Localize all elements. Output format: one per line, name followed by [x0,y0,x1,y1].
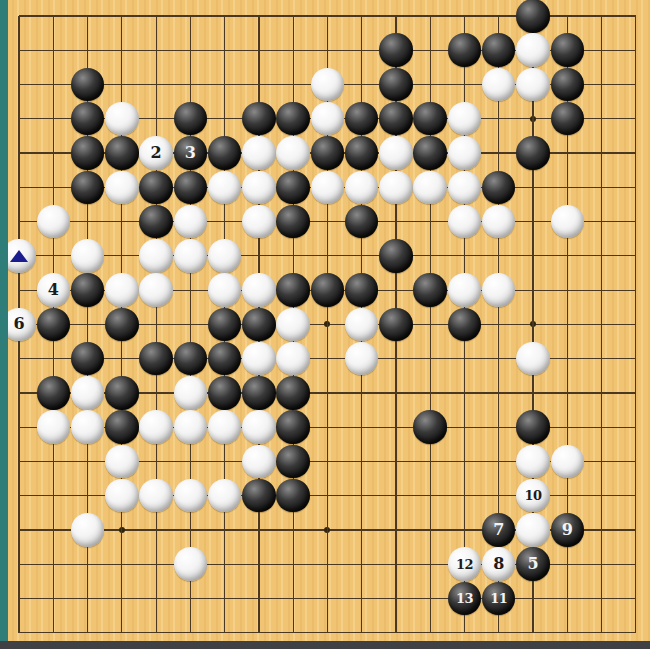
board-cell[interactable] [584,479,618,513]
board-cell[interactable] [584,581,618,615]
board-cell[interactable] [207,479,241,513]
board-cell[interactable] [242,0,276,33]
board-cell[interactable] [70,410,104,444]
board-cell[interactable] [173,204,207,238]
board-cell[interactable] [619,33,650,67]
board-cell[interactable] [379,170,413,204]
board-cell[interactable] [139,444,173,478]
board-cell[interactable] [276,273,310,307]
board-cell[interactable] [345,102,379,136]
board-cell[interactable] [242,307,276,341]
board-cell[interactable] [36,0,70,33]
board-cell[interactable] [413,410,447,444]
board-cell[interactable] [584,239,618,273]
board-cell[interactable] [516,170,550,204]
board-cell[interactable] [550,581,584,615]
board-cell[interactable] [584,204,618,238]
board-cell[interactable] [173,513,207,547]
board-cell[interactable] [36,307,70,341]
board-cell[interactable] [276,410,310,444]
board-cell[interactable] [345,410,379,444]
board-cell[interactable] [242,513,276,547]
board-cell[interactable] [584,170,618,204]
board-cell[interactable] [379,273,413,307]
board-cell[interactable] [447,273,481,307]
board-cell[interactable] [173,67,207,101]
board-cell[interactable] [413,170,447,204]
board-cell[interactable]: 12 [447,547,481,581]
board-cell[interactable] [550,444,584,478]
board-cell[interactable] [173,307,207,341]
board-cell[interactable] [242,273,276,307]
board-cell[interactable] [36,239,70,273]
board-cell[interactable] [550,204,584,238]
board-cell[interactable] [310,170,344,204]
board-cell[interactable] [70,204,104,238]
board-cell[interactable] [70,376,104,410]
board-cell[interactable] [70,547,104,581]
board-cell[interactable] [105,547,139,581]
board-cell[interactable] [447,307,481,341]
board-cell[interactable] [276,102,310,136]
board-cell[interactable] [447,444,481,478]
board-cell[interactable] [310,513,344,547]
board-cell[interactable] [550,239,584,273]
board-cell[interactable] [584,0,618,33]
board-cell[interactable] [413,67,447,101]
board-cell[interactable]: 4 [36,273,70,307]
board-cell[interactable] [584,273,618,307]
board-cell[interactable] [447,67,481,101]
board-cell[interactable] [173,273,207,307]
board-cell[interactable] [550,67,584,101]
board-cell[interactable] [482,479,516,513]
board-cell[interactable] [70,307,104,341]
board-cell[interactable] [139,67,173,101]
board-cell[interactable] [173,547,207,581]
board-cell[interactable] [345,204,379,238]
board-cell[interactable] [70,581,104,615]
board-cell[interactable] [105,67,139,101]
board-cell[interactable] [242,102,276,136]
board-cell[interactable] [413,273,447,307]
board-cell[interactable] [345,67,379,101]
board-cell[interactable] [619,136,650,170]
board-cell[interactable] [413,307,447,341]
board-cell[interactable] [619,410,650,444]
board-cell[interactable] [105,444,139,478]
board-cell[interactable] [310,273,344,307]
board-cell[interactable] [173,170,207,204]
board-cell[interactable] [105,410,139,444]
board-cell[interactable] [70,102,104,136]
board-cell[interactable] [36,204,70,238]
board-cell[interactable] [70,67,104,101]
board-cell[interactable] [413,136,447,170]
board-cell[interactable] [36,136,70,170]
board-cell[interactable] [36,581,70,615]
board-cell[interactable] [550,170,584,204]
board-cell[interactable] [207,102,241,136]
board-cell[interactable] [619,581,650,615]
board-cell[interactable] [379,479,413,513]
board-cell[interactable] [345,444,379,478]
board-cell[interactable] [105,376,139,410]
board-cell[interactable] [173,581,207,615]
board-cell[interactable]: 13 [447,581,481,615]
board-cell[interactable] [105,341,139,375]
board-cell[interactable] [379,239,413,273]
board-cell[interactable] [345,136,379,170]
board-cell[interactable] [550,479,584,513]
board-cell[interactable] [242,170,276,204]
board-cell[interactable] [447,376,481,410]
board-cell[interactable] [379,0,413,33]
board-cell[interactable] [447,341,481,375]
go-board[interactable]: 2346107912851311 [2,0,650,649]
board-cell[interactable]: 3 [173,136,207,170]
board-cell[interactable] [345,0,379,33]
board-cell[interactable] [310,341,344,375]
board-cell[interactable] [619,204,650,238]
board-cell[interactable] [482,444,516,478]
board-cell[interactable] [345,581,379,615]
board-cell[interactable] [413,479,447,513]
board-cell[interactable] [207,410,241,444]
board-cell[interactable] [105,239,139,273]
board-cell[interactable] [584,410,618,444]
board-cell[interactable] [276,204,310,238]
board-cell[interactable] [173,0,207,33]
board-cell[interactable] [447,0,481,33]
board-cell[interactable]: 5 [516,547,550,581]
board-cell[interactable] [36,410,70,444]
board-cell[interactable] [207,341,241,375]
board-cell[interactable] [207,581,241,615]
board-cell[interactable] [413,376,447,410]
board-cell[interactable] [550,341,584,375]
board-cell[interactable] [379,513,413,547]
board-cell[interactable] [310,136,344,170]
board-cell[interactable] [482,376,516,410]
board-cell[interactable] [70,0,104,33]
board-cell[interactable]: 10 [516,479,550,513]
board-cell[interactable] [584,547,618,581]
board-cell[interactable] [447,33,481,67]
board-cell[interactable] [619,239,650,273]
board-cell[interactable] [207,0,241,33]
board-cell[interactable] [413,513,447,547]
board-cell[interactable] [516,67,550,101]
board-cell[interactable] [619,513,650,547]
board-cell[interactable] [310,307,344,341]
board-cell[interactable] [550,547,584,581]
board-cell[interactable] [276,239,310,273]
board-cell[interactable] [36,170,70,204]
board-cell[interactable] [276,67,310,101]
board-cell[interactable] [550,102,584,136]
board-cell[interactable] [173,239,207,273]
board-cell[interactable] [139,273,173,307]
board-cell[interactable] [310,410,344,444]
board-cell[interactable] [242,479,276,513]
board-cell[interactable] [379,204,413,238]
board-cell[interactable] [70,239,104,273]
board-cell[interactable] [345,307,379,341]
board-cell[interactable] [70,479,104,513]
board-cell[interactable] [105,0,139,33]
board-cell[interactable] [447,170,481,204]
board-cell[interactable] [482,0,516,33]
board-cell[interactable] [139,0,173,33]
board-cell[interactable] [207,136,241,170]
board-cell[interactable] [276,33,310,67]
board-cell[interactable] [70,513,104,547]
board-cell[interactable] [550,376,584,410]
board-cell[interactable] [619,273,650,307]
board-cell[interactable] [345,33,379,67]
board-cell[interactable] [36,444,70,478]
board-cell[interactable] [70,444,104,478]
board-cell[interactable] [345,341,379,375]
board-cell[interactable] [276,581,310,615]
board-cell[interactable] [310,67,344,101]
board-cell[interactable] [310,102,344,136]
board-cell[interactable] [310,0,344,33]
board-cell[interactable] [413,444,447,478]
board-cell[interactable] [482,410,516,444]
board-cell[interactable] [550,33,584,67]
board-cell[interactable] [139,307,173,341]
board-cell[interactable] [619,170,650,204]
board-cell[interactable] [379,102,413,136]
board-cell[interactable] [379,341,413,375]
board-cell[interactable] [516,307,550,341]
board-cell[interactable] [139,33,173,67]
board-cell[interactable] [36,341,70,375]
board-cell[interactable] [619,479,650,513]
board-cell[interactable] [70,341,104,375]
board-cell[interactable] [619,307,650,341]
board-cell[interactable] [516,581,550,615]
board-cell[interactable] [379,410,413,444]
board-cell[interactable]: 2 [139,136,173,170]
board-cell[interactable] [550,410,584,444]
board-cell[interactable] [619,67,650,101]
board-cell[interactable] [242,239,276,273]
board-cell[interactable] [276,444,310,478]
board-cell[interactable] [276,307,310,341]
board-cell[interactable] [173,33,207,67]
board-cell[interactable] [105,273,139,307]
board-cell[interactable] [619,0,650,33]
board-cell[interactable] [447,136,481,170]
board-cell[interactable] [584,341,618,375]
board-cell[interactable] [70,170,104,204]
board-cell[interactable] [379,444,413,478]
board-cell[interactable] [276,341,310,375]
board-cell[interactable] [139,547,173,581]
board-cell[interactable] [619,341,650,375]
board-cell[interactable] [105,33,139,67]
board-cell[interactable] [345,239,379,273]
board-cell[interactable] [207,513,241,547]
board-cell[interactable] [413,547,447,581]
board-cell[interactable] [345,479,379,513]
board-cell[interactable] [242,376,276,410]
board-cell[interactable] [276,136,310,170]
board-cell[interactable] [173,341,207,375]
board-cell[interactable] [550,136,584,170]
board-cell[interactable] [207,444,241,478]
board-cell[interactable] [516,410,550,444]
board-cell[interactable] [139,204,173,238]
board-cell[interactable] [276,170,310,204]
board-cell[interactable] [242,33,276,67]
board-cell[interactable] [139,479,173,513]
board-cell[interactable] [207,376,241,410]
board-cell[interactable] [584,67,618,101]
board-cell[interactable] [36,547,70,581]
board-cell[interactable] [413,581,447,615]
board-cell[interactable] [70,273,104,307]
board-cell[interactable] [447,102,481,136]
board-cell[interactable] [310,479,344,513]
board-cell[interactable] [36,376,70,410]
board-cell[interactable] [482,239,516,273]
board-cell[interactable] [36,479,70,513]
board-cell[interactable] [516,341,550,375]
board-cell[interactable] [310,444,344,478]
board-cell[interactable] [550,273,584,307]
board-cell[interactable] [36,102,70,136]
board-cell[interactable] [482,204,516,238]
board-cell[interactable] [482,33,516,67]
board-cell[interactable] [242,341,276,375]
board-cell[interactable] [447,239,481,273]
board-cell[interactable] [379,136,413,170]
board-cell[interactable] [584,102,618,136]
board-cell[interactable] [310,581,344,615]
board-cell[interactable] [207,67,241,101]
board-cell[interactable] [413,102,447,136]
board-cell[interactable] [619,547,650,581]
board-cell[interactable] [242,581,276,615]
board-cell[interactable] [482,307,516,341]
board-cell[interactable] [139,341,173,375]
board-cell[interactable] [105,136,139,170]
board-cell[interactable] [207,547,241,581]
board-cell[interactable] [482,170,516,204]
board-cell[interactable] [105,513,139,547]
board-cell[interactable] [276,376,310,410]
board-cell[interactable] [105,204,139,238]
board-cell[interactable] [482,136,516,170]
board-cell[interactable]: 7 [482,513,516,547]
board-cell[interactable] [345,547,379,581]
board-cell[interactable] [379,547,413,581]
board-cell[interactable] [379,33,413,67]
board-cell[interactable] [70,33,104,67]
board-cell[interactable] [516,239,550,273]
board-cell[interactable] [139,170,173,204]
board-cell[interactable] [516,513,550,547]
board-cell[interactable] [139,376,173,410]
board-cell[interactable] [516,273,550,307]
board-cell[interactable] [584,513,618,547]
board-cell[interactable] [345,513,379,547]
board-cell[interactable] [482,341,516,375]
board-cell[interactable] [584,444,618,478]
board-cell[interactable] [447,204,481,238]
board-cell[interactable] [345,376,379,410]
board-cell[interactable] [207,239,241,273]
board-cell[interactable] [207,170,241,204]
board-cell[interactable]: 9 [550,513,584,547]
board-cell[interactable] [345,170,379,204]
board-cell[interactable] [36,513,70,547]
board-cell[interactable] [276,0,310,33]
board-cell[interactable] [207,307,241,341]
board-cell[interactable] [379,376,413,410]
board-cell[interactable] [584,307,618,341]
board-cell[interactable] [139,102,173,136]
board-cell[interactable] [550,307,584,341]
board-cell[interactable] [619,376,650,410]
board-cell[interactable] [173,444,207,478]
board-cell[interactable] [310,239,344,273]
board-cell[interactable] [139,581,173,615]
board-cell[interactable] [242,136,276,170]
board-cell[interactable] [550,0,584,33]
board-cell[interactable] [105,581,139,615]
board-cell[interactable] [173,479,207,513]
board-cell[interactable] [139,513,173,547]
board-cell[interactable] [207,33,241,67]
board-cell[interactable] [139,410,173,444]
board-cell[interactable] [516,33,550,67]
board-cell[interactable]: 8 [482,547,516,581]
board-cell[interactable] [207,273,241,307]
board-cell[interactable] [105,102,139,136]
board-cell[interactable] [173,102,207,136]
board-cell[interactable] [482,67,516,101]
board-cell[interactable] [310,547,344,581]
board-cell[interactable] [413,204,447,238]
board-cell[interactable] [482,273,516,307]
board-cell[interactable] [310,204,344,238]
board-cell[interactable] [276,479,310,513]
board-cell[interactable] [242,204,276,238]
board-cell[interactable] [447,479,481,513]
board-cell[interactable] [173,376,207,410]
board-cell[interactable] [36,67,70,101]
board-cell[interactable] [345,273,379,307]
board-cell[interactable] [310,33,344,67]
board-cell[interactable] [516,444,550,478]
board-cell[interactable] [516,204,550,238]
board-cell[interactable] [413,33,447,67]
board-cell[interactable] [36,33,70,67]
board-cell[interactable] [105,307,139,341]
board-cell[interactable] [242,67,276,101]
board-cell[interactable] [447,410,481,444]
board-cell[interactable] [516,376,550,410]
board-cell[interactable] [242,410,276,444]
board-cell[interactable] [70,136,104,170]
board-cell[interactable] [516,0,550,33]
board-cell[interactable] [379,67,413,101]
